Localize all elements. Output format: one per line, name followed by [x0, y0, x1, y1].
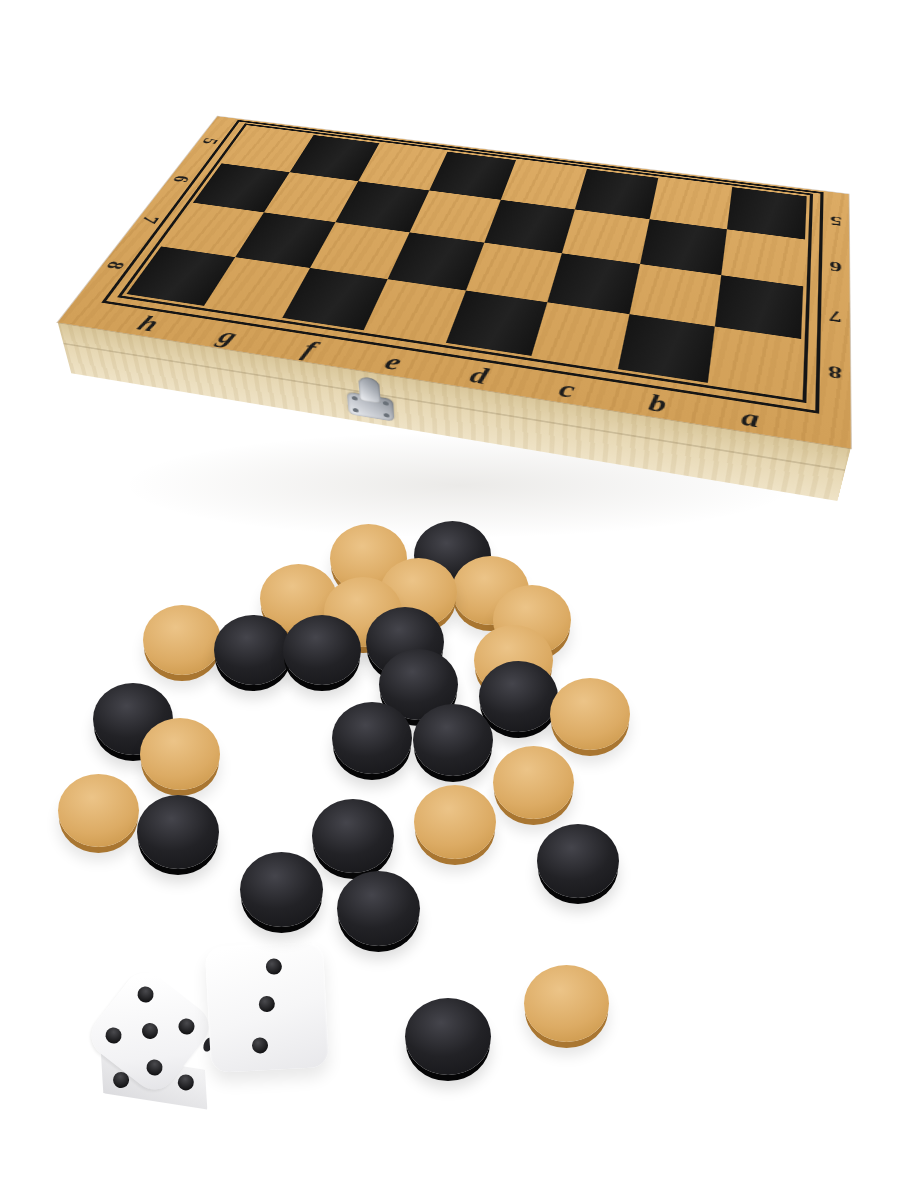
die-right: [206, 942, 328, 1072]
die-pip: [134, 983, 156, 1005]
die-right-front-face: [205, 941, 329, 1073]
checker-piece-black: [405, 998, 491, 1075]
die-pip: [102, 1024, 124, 1046]
checker-piece-wood: [414, 785, 496, 859]
checker-piece-black: [283, 615, 361, 685]
checker-piece-black: [413, 704, 493, 776]
checker-piece-black: [240, 852, 323, 927]
die-pip: [251, 1037, 268, 1054]
checker-piece-black: [537, 824, 619, 898]
die-pip: [143, 1056, 165, 1078]
checker-piece-wood: [550, 678, 630, 750]
die-pip: [266, 958, 283, 975]
die-pip: [139, 1020, 161, 1042]
die-pip: [175, 1015, 197, 1037]
checker-piece-black: [332, 702, 412, 774]
checker-piece-wood: [140, 718, 220, 790]
checker-piece-black: [214, 615, 292, 685]
checker-piece-black: [337, 871, 420, 946]
checker-piece-black: [479, 661, 558, 732]
checker-piece-black: [137, 795, 219, 869]
checker-piece-wood: [58, 774, 139, 847]
checker-piece-wood: [143, 605, 221, 675]
product-photo-stage: 56785678hgfedcba: [0, 0, 900, 1200]
checker-piece-wood: [524, 965, 609, 1042]
die-pip: [175, 1072, 196, 1093]
checker-piece-black: [312, 799, 394, 873]
die-pip: [258, 996, 275, 1013]
checker-piece-wood: [493, 746, 574, 819]
